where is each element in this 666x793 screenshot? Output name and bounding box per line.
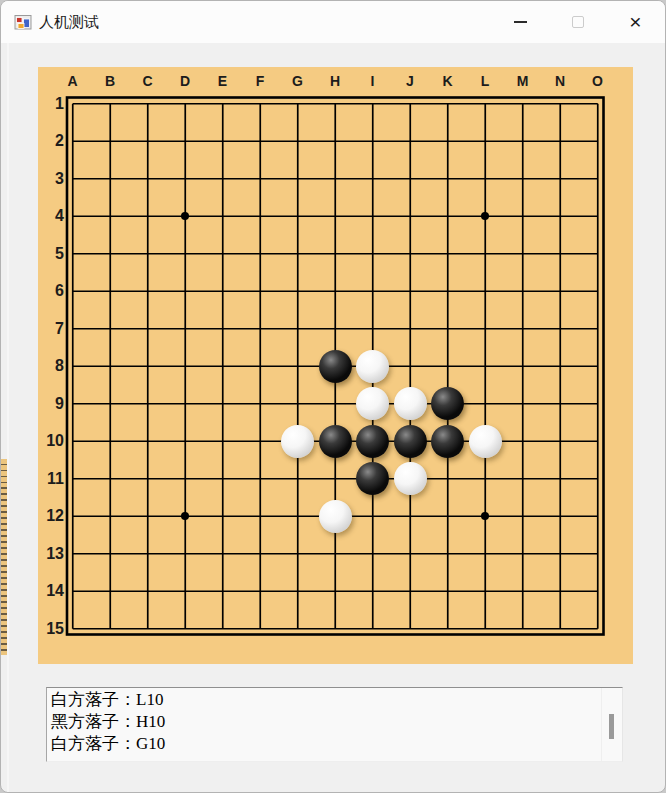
black-stone-H8 bbox=[319, 350, 352, 383]
white-stone-G10 bbox=[281, 425, 314, 458]
minimize-icon bbox=[514, 21, 527, 23]
black-stone-J10 bbox=[394, 425, 427, 458]
white-stone-H12 bbox=[319, 500, 352, 533]
black-stone-I10 bbox=[356, 425, 389, 458]
black-stone-K9 bbox=[431, 387, 464, 420]
window-left-edge bbox=[7, 43, 9, 792]
log-line: 白方落子：L10 bbox=[51, 689, 601, 711]
log-line: 白方落子：G10 bbox=[51, 733, 601, 755]
minimize-button[interactable] bbox=[497, 1, 544, 43]
move-log-lines: 白方落子：L10黑方落子：H10白方落子：G10 bbox=[47, 688, 601, 761]
star-point-L4 bbox=[481, 212, 489, 220]
app-icon bbox=[14, 13, 32, 31]
left-edge-artifact-strip bbox=[1, 459, 7, 655]
star-point-L12 bbox=[481, 512, 489, 520]
gomoku-board[interactable] bbox=[54, 85, 617, 648]
star-point-D4 bbox=[181, 212, 189, 220]
maximize-icon bbox=[572, 16, 584, 28]
black-stone-I11 bbox=[356, 462, 389, 495]
white-stone-I9 bbox=[356, 387, 389, 420]
log-scrollbar[interactable] bbox=[601, 688, 622, 761]
window-title: 人机测试 bbox=[39, 1, 99, 43]
close-button[interactable]: × bbox=[612, 1, 659, 43]
black-stone-K10 bbox=[431, 425, 464, 458]
log-line: 黑方落子：H10 bbox=[51, 711, 601, 733]
log-scrollbar-thumb[interactable] bbox=[609, 714, 614, 739]
move-log-textbox[interactable]: 白方落子：L10黑方落子：H10白方落子：G10 bbox=[46, 687, 623, 762]
black-stone-H10 bbox=[319, 425, 352, 458]
star-point-D12 bbox=[181, 512, 189, 520]
white-stone-J9 bbox=[394, 387, 427, 420]
app-window: 人机测试 × ABCDEFGHIJKLMNO 12345678910111213… bbox=[0, 0, 666, 793]
close-icon: × bbox=[629, 1, 641, 43]
titlebar[interactable]: 人机测试 × bbox=[1, 1, 665, 43]
white-stone-L10 bbox=[469, 425, 502, 458]
gomoku-board-panel: ABCDEFGHIJKLMNO 123456789101112131415 bbox=[38, 67, 633, 664]
white-stone-I8 bbox=[356, 350, 389, 383]
white-stone-J11 bbox=[394, 462, 427, 495]
maximize-button[interactable] bbox=[554, 1, 601, 43]
